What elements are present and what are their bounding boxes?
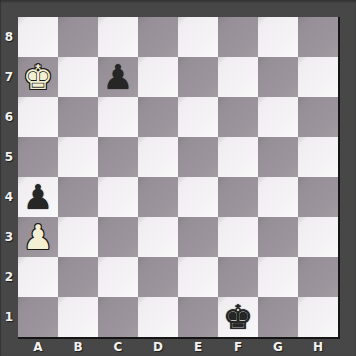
square-c2[interactable]	[98, 257, 138, 297]
square-a6[interactable]	[18, 97, 58, 137]
square-c6[interactable]	[98, 97, 138, 137]
file-labels: ABCDEFGH	[18, 339, 340, 356]
square-g5[interactable]	[258, 137, 298, 177]
piece-white-king-a7[interactable]: ♚	[23, 57, 53, 97]
file-label-g: G	[258, 339, 298, 356]
square-e7[interactable]	[178, 57, 218, 97]
square-e8[interactable]	[178, 17, 218, 57]
rank-label-3: 3	[0, 217, 18, 257]
square-c5[interactable]	[98, 137, 138, 177]
square-e4[interactable]	[178, 177, 218, 217]
square-a5[interactable]	[18, 137, 58, 177]
square-f3[interactable]	[218, 217, 258, 257]
chess-board: ♚♟♟♟♚	[18, 17, 340, 339]
square-e1[interactable]	[178, 297, 218, 337]
file-label-d: D	[138, 339, 178, 356]
piece-black-pawn-c7[interactable]: ♟	[103, 57, 133, 97]
square-d3[interactable]	[138, 217, 178, 257]
square-h5[interactable]	[298, 137, 338, 177]
square-h7[interactable]	[298, 57, 338, 97]
square-e6[interactable]	[178, 97, 218, 137]
square-d2[interactable]	[138, 257, 178, 297]
square-b6[interactable]	[58, 97, 98, 137]
square-b7[interactable]	[58, 57, 98, 97]
square-f7[interactable]	[218, 57, 258, 97]
square-c4[interactable]	[98, 177, 138, 217]
square-g2[interactable]	[258, 257, 298, 297]
square-c7[interactable]: ♟	[98, 57, 138, 97]
square-f4[interactable]	[218, 177, 258, 217]
square-d4[interactable]	[138, 177, 178, 217]
square-c8[interactable]	[98, 17, 138, 57]
piece-black-king-f1[interactable]: ♚	[223, 297, 253, 337]
square-f2[interactable]	[218, 257, 258, 297]
square-b5[interactable]	[58, 137, 98, 177]
chess-app-window: 87654321 ♚♟♟♟♚ ABCDEFGH	[0, 0, 356, 356]
square-a2[interactable]	[18, 257, 58, 297]
file-label-c: C	[98, 339, 138, 356]
square-a4[interactable]: ♟	[18, 177, 58, 217]
piece-black-pawn-a4[interactable]: ♟	[23, 177, 53, 217]
square-b4[interactable]	[58, 177, 98, 217]
square-g1[interactable]	[258, 297, 298, 337]
square-g4[interactable]	[258, 177, 298, 217]
square-a7[interactable]: ♚	[18, 57, 58, 97]
square-h2[interactable]	[298, 257, 338, 297]
square-b3[interactable]	[58, 217, 98, 257]
file-label-e: E	[178, 339, 218, 356]
square-d7[interactable]	[138, 57, 178, 97]
square-g7[interactable]	[258, 57, 298, 97]
square-e5[interactable]	[178, 137, 218, 177]
square-e3[interactable]	[178, 217, 218, 257]
rank-label-5: 5	[0, 137, 18, 177]
square-g3[interactable]	[258, 217, 298, 257]
square-d5[interactable]	[138, 137, 178, 177]
square-b2[interactable]	[58, 257, 98, 297]
rank-label-7: 7	[0, 57, 18, 97]
rank-label-6: 6	[0, 97, 18, 137]
square-b8[interactable]	[58, 17, 98, 57]
rank-label-8: 8	[0, 17, 18, 57]
square-a8[interactable]	[18, 17, 58, 57]
rank-label-1: 1	[0, 297, 18, 337]
square-g6[interactable]	[258, 97, 298, 137]
square-h1[interactable]	[298, 297, 338, 337]
square-c3[interactable]	[98, 217, 138, 257]
square-d6[interactable]	[138, 97, 178, 137]
rank-label-4: 4	[0, 177, 18, 217]
rank-labels: 87654321	[0, 17, 18, 337]
square-e2[interactable]	[178, 257, 218, 297]
square-h4[interactable]	[298, 177, 338, 217]
square-f6[interactable]	[218, 97, 258, 137]
square-a3[interactable]: ♟	[18, 217, 58, 257]
square-h3[interactable]	[298, 217, 338, 257]
square-g8[interactable]	[258, 17, 298, 57]
square-b1[interactable]	[58, 297, 98, 337]
piece-white-pawn-a3[interactable]: ♟	[23, 217, 53, 257]
square-f1[interactable]: ♚	[218, 297, 258, 337]
square-d8[interactable]	[138, 17, 178, 57]
file-label-f: F	[218, 339, 258, 356]
file-label-b: B	[58, 339, 98, 356]
square-a1[interactable]	[18, 297, 58, 337]
square-f5[interactable]	[218, 137, 258, 177]
square-h8[interactable]	[298, 17, 338, 57]
square-d1[interactable]	[138, 297, 178, 337]
rank-label-2: 2	[0, 257, 18, 297]
square-h6[interactable]	[298, 97, 338, 137]
square-c1[interactable]	[98, 297, 138, 337]
file-label-h: H	[298, 339, 338, 356]
file-label-a: A	[18, 339, 58, 356]
square-f8[interactable]	[218, 17, 258, 57]
